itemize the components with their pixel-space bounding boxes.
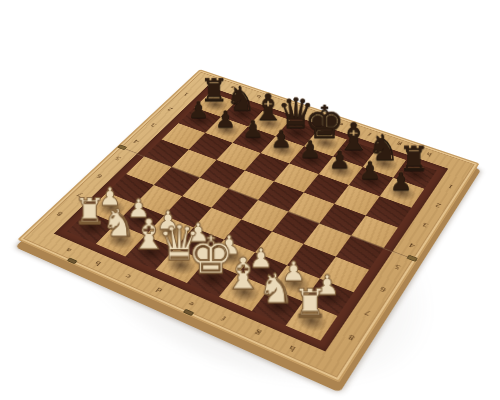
scene: abcdefgh abcdefgh 12345678 12345678 ♜♞♝♛… xyxy=(0,0,500,400)
perspective-wrapper: abcdefgh abcdefgh 12345678 12345678 ♜♞♝♛… xyxy=(0,0,500,400)
white-rook: ♜ xyxy=(286,302,338,341)
piece-glyph: ♜ xyxy=(276,285,344,323)
board: abcdefgh abcdefgh 12345678 12345678 ♜♞♝♛… xyxy=(17,69,480,382)
